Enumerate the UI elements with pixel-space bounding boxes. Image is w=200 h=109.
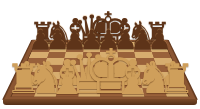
piece-white-rook-h1: ♜ — [158, 59, 194, 99]
piece-white-bishop-c1: ♝ — [46, 53, 89, 101]
piece-black-pawn-d7: ♟ — [79, 27, 103, 54]
piece-black-pawn-b7: ♟ — [45, 27, 69, 54]
piece-white-pawn-d2: ♟ — [75, 56, 105, 89]
piece-white-pawn-h2: ♟ — [158, 56, 188, 89]
piece-black-pawn-c7: ♟ — [62, 27, 86, 54]
piece-white-pawn-g2: ♟ — [137, 56, 167, 89]
piece-white-pawn-e2: ♟ — [96, 56, 126, 89]
piece-white-king-e1: ♚ — [83, 42, 138, 104]
piece-black-pawn-a7: ♟ — [28, 27, 52, 54]
piece-black-king-e8: ♚ — [88, 6, 129, 52]
piece-white-knight-b1: ♞ — [25, 56, 65, 100]
piece-white-pawn-c2: ♟ — [54, 56, 84, 89]
piece-black-bishop-c8: ♝ — [59, 14, 91, 50]
piece-white-queen-d1: ♛ — [64, 47, 114, 103]
piece-white-pawn-a2: ♟ — [12, 56, 42, 89]
piece-black-rook-h8: ♜ — [144, 19, 171, 49]
piece-black-knight-g8: ♞ — [126, 17, 156, 50]
piece-black-pawn-g7: ♟ — [130, 27, 154, 54]
piece-black-pawn-f7: ♟ — [113, 27, 137, 54]
piece-white-bishop-f1: ♝ — [111, 53, 154, 101]
piece-white-rook-a1: ♜ — [5, 59, 41, 99]
piece-black-rook-a8: ♜ — [29, 19, 56, 49]
piece-black-pawn-h7: ♟ — [147, 27, 171, 54]
chess-set-photo: ♜♞♝♛♚♝♞♜♟♟♟♟♟♟♟♟♟♟♟♟♟♟♟♟♜♞♝♛♚♝♞♜ — [0, 0, 200, 109]
piece-white-knight-g1: ♞ — [135, 56, 175, 100]
piece-black-pawn-e7: ♟ — [96, 27, 120, 54]
piece-white-pawn-b2: ♟ — [33, 56, 63, 89]
piece-white-pawn-f2: ♟ — [117, 56, 147, 89]
piece-black-queen-d8: ♛ — [73, 10, 110, 52]
pieces-layer: ♜♞♝♛♚♝♞♜♟♟♟♟♟♟♟♟♟♟♟♟♟♟♟♟♜♞♝♛♚♝♞♜ — [0, 0, 200, 109]
piece-black-knight-b8: ♞ — [44, 17, 74, 50]
piece-black-bishop-f8: ♝ — [108, 14, 140, 50]
